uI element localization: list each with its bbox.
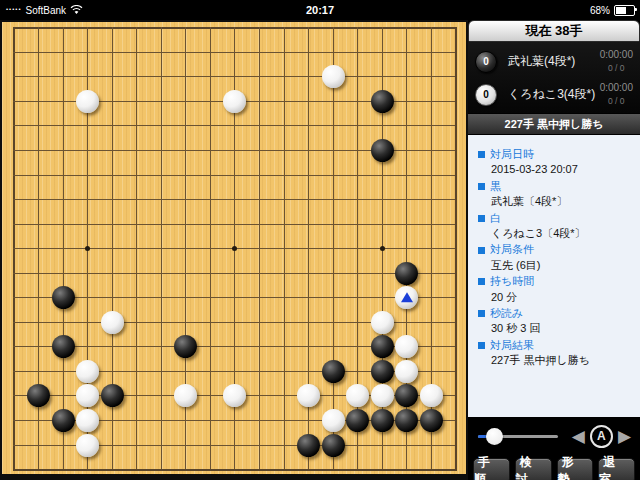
stone-white [76,360,99,383]
stone-black [52,409,75,432]
bullet-square-icon [478,215,485,222]
board-grid-line-h [13,469,457,471]
stone-black [371,409,394,432]
auto-play-button[interactable]: A [590,425,613,448]
board-grid-line-v [333,27,334,471]
replay-controls: ◀ A ▶ 手順 検討 形勢 退室 [468,417,640,480]
bullet-square-icon [478,247,485,254]
moves-button[interactable]: 手順 [473,458,510,480]
info-value-conditions: 互先 (6目) [478,259,634,272]
black-stone-icon: 0 [475,51,497,73]
stone-black [101,384,124,407]
info-label-result: 対局結果 [478,339,634,352]
info-value-white: くろねこ3〔4段*〕 [478,227,634,240]
players-section: 0 武礼葉(4段*) 0:00:00 0 / 0 0 くろねこ3(4段*) 0:… [468,42,640,113]
stone-black [371,360,394,383]
board-grid-line-v [284,27,285,471]
bullet-square-icon [478,278,485,285]
info-label-black: 黒 [478,180,634,193]
move-counter-label: 現在 38手 [525,22,582,40]
game-result-bar: 227手 黒中押し勝ち [468,113,640,135]
move-slider[interactable] [478,435,558,438]
stone-white [76,434,99,457]
stone-white [76,409,99,432]
info-label-byoyomi: 秒読み [478,307,634,320]
board-grid-line-h [13,297,457,298]
stone-white [101,311,124,334]
info-value-byoyomi: 30 秒 3 回 [478,322,634,335]
next-move-button[interactable]: ▶ [615,428,634,445]
clock-time: 20:17 [306,4,334,16]
status-bar: ••••• SoftBank 20:17 68% [0,0,640,20]
status-right: 68% [590,0,635,20]
board-grid-line-h [13,273,457,274]
player-row-white: 0 くろねこ3(4段*) 0:00:00 0 / 0 [468,78,640,111]
bullet-square-icon [478,310,485,317]
battery-icon [614,5,635,16]
go-board[interactable] [0,20,468,480]
bullet-square-icon [478,151,485,158]
battery-percent: 68% [590,5,610,16]
black-player-clock: 0:00:00 0 / 0 [600,49,633,74]
stone-black [395,262,418,285]
stone-black [52,286,75,309]
info-value-result: 227手 黒中押し勝ち [478,354,634,367]
star-point [380,246,385,251]
black-player-name: 武礼葉(4段*) [508,53,600,70]
bullet-square-icon [478,342,485,349]
info-label-main-time: 持ち時間 [478,275,634,288]
info-value-date: 2015-03-23 20:07 [478,163,634,176]
move-counter-header: 現在 38手 [468,20,640,42]
stone-white [322,409,345,432]
game-info-panel: 対局日時 2015-03-23 20:07 黒 武礼葉〔4段*〕 白 くろねこ3… [468,135,640,418]
board-grid-line-v [455,27,457,471]
info-value-black: 武礼葉〔4段*〕 [478,195,634,208]
stone-white [322,65,345,88]
game-info-sidebar: 現在 38手 0 武礼葉(4段*) 0:00:00 0 / 0 0 くろねこ3(… [468,20,640,480]
stone-black [371,90,394,113]
board-grid-line-v [259,27,260,471]
stone-black [297,434,320,457]
leave-room-button[interactable]: 退室 [598,458,635,480]
info-value-main-time: 20 分 [478,291,634,304]
position-button[interactable]: 形勢 [557,458,594,480]
white-stone-icon: 0 [475,84,497,106]
white-player-name: くろねこ3(4段*) [508,86,600,103]
white-player-clock: 0:00:00 0 / 0 [600,82,633,107]
review-button[interactable]: 検討 [515,458,552,480]
stone-white [371,311,394,334]
stone-black [322,434,345,457]
bullet-square-icon [478,183,485,190]
stone-black [420,409,443,432]
stone-black [371,335,394,358]
stone-black [322,360,345,383]
info-label-white: 白 [478,212,634,225]
last-move-triangle-marker [401,292,413,302]
stone-black [52,335,75,358]
move-slider-knob[interactable] [486,428,503,445]
info-label-date: 対局日時 [478,148,634,161]
stone-black [371,139,394,162]
stone-white [76,90,99,113]
prev-move-button[interactable]: ◀ [569,428,588,445]
info-label-conditions: 対局条件 [478,243,634,256]
player-row-black: 0 武礼葉(4段*) 0:00:00 0 / 0 [468,45,640,78]
